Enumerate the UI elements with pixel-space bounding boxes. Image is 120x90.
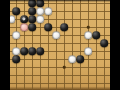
intersection[interactable] xyxy=(84,23,92,31)
intersection[interactable] xyxy=(44,63,52,71)
intersection[interactable] xyxy=(76,47,84,55)
intersection[interactable] xyxy=(60,55,68,63)
intersection[interactable] xyxy=(36,15,44,23)
intersection[interactable] xyxy=(12,31,20,39)
intersection[interactable] xyxy=(76,23,84,31)
intersection[interactable] xyxy=(44,79,52,87)
stone-black xyxy=(12,55,20,63)
intersection[interactable] xyxy=(84,31,92,39)
intersection[interactable] xyxy=(92,23,100,31)
stone-black xyxy=(28,7,36,15)
intersection[interactable] xyxy=(20,71,28,79)
intersection[interactable] xyxy=(12,87,20,90)
stone-black xyxy=(92,31,100,39)
board-grid xyxy=(12,0,108,90)
intersection[interactable] xyxy=(44,39,52,47)
intersection[interactable] xyxy=(12,47,20,55)
stone-white xyxy=(84,31,92,39)
intersection[interactable] xyxy=(68,0,76,7)
stone-black xyxy=(20,47,28,55)
intersection[interactable] xyxy=(52,31,60,39)
stone-black xyxy=(20,15,28,23)
intersection[interactable] xyxy=(76,7,84,15)
intersection[interactable] xyxy=(44,87,52,90)
stone-white xyxy=(84,47,92,55)
intersection[interactable] xyxy=(68,71,76,79)
intersection[interactable] xyxy=(52,71,60,79)
intersection[interactable] xyxy=(20,63,28,71)
intersection[interactable] xyxy=(100,63,108,71)
intersection[interactable] xyxy=(92,71,100,79)
intersection[interactable] xyxy=(28,15,36,23)
intersection[interactable] xyxy=(20,47,28,55)
intersection[interactable] xyxy=(84,7,92,15)
circle-marker-icon xyxy=(22,17,26,21)
intersection[interactable] xyxy=(52,23,60,31)
intersection[interactable] xyxy=(12,7,20,15)
intersection[interactable] xyxy=(76,55,84,63)
intersection[interactable] xyxy=(100,71,108,79)
intersection[interactable] xyxy=(92,0,100,7)
intersection[interactable] xyxy=(60,39,68,47)
intersection[interactable] xyxy=(84,39,92,47)
intersection[interactable] xyxy=(68,55,76,63)
intersection[interactable] xyxy=(84,15,92,23)
intersection[interactable] xyxy=(68,23,76,31)
intersection[interactable] xyxy=(84,0,92,7)
intersection[interactable] xyxy=(68,39,76,47)
intersection[interactable] xyxy=(92,31,100,39)
intersection[interactable] xyxy=(52,87,60,90)
intersection[interactable] xyxy=(84,55,92,63)
intersection[interactable] xyxy=(92,79,100,87)
letterbox-bar-right xyxy=(110,0,120,90)
intersection[interactable] xyxy=(36,55,44,63)
intersection[interactable] xyxy=(60,47,68,55)
intersection[interactable] xyxy=(100,23,108,31)
intersection[interactable] xyxy=(68,15,76,23)
intersection[interactable] xyxy=(20,31,28,39)
intersection[interactable] xyxy=(60,7,68,15)
intersection[interactable] xyxy=(20,55,28,63)
intersection[interactable] xyxy=(12,63,20,71)
intersection[interactable] xyxy=(44,15,52,23)
intersection[interactable] xyxy=(52,47,60,55)
intersection[interactable] xyxy=(36,79,44,87)
intersection[interactable] xyxy=(76,63,84,71)
intersection[interactable] xyxy=(68,47,76,55)
stone-black xyxy=(12,7,20,15)
intersection[interactable] xyxy=(28,0,36,7)
intersection[interactable] xyxy=(20,87,28,90)
intersection[interactable] xyxy=(100,39,108,47)
intersection[interactable] xyxy=(12,23,20,31)
intersection[interactable] xyxy=(68,31,76,39)
intersection[interactable] xyxy=(28,23,36,31)
intersection[interactable] xyxy=(44,7,52,15)
intersection[interactable] xyxy=(20,7,28,15)
intersection[interactable] xyxy=(92,47,100,55)
intersection[interactable] xyxy=(68,87,76,90)
intersection[interactable] xyxy=(68,63,76,71)
intersection[interactable] xyxy=(100,47,108,55)
intersection[interactable] xyxy=(68,79,76,87)
intersection[interactable] xyxy=(84,87,92,90)
stone-black xyxy=(28,47,36,55)
stone-white xyxy=(52,31,60,39)
intersection[interactable] xyxy=(44,31,52,39)
letterbox-bar-left xyxy=(0,0,10,90)
intersection[interactable] xyxy=(84,79,92,87)
stone-black xyxy=(36,47,44,55)
intersection[interactable] xyxy=(28,7,36,15)
intersection[interactable] xyxy=(36,7,44,15)
intersection[interactable] xyxy=(12,79,20,87)
intersection[interactable] xyxy=(36,87,44,90)
intersection[interactable] xyxy=(100,0,108,7)
intersection[interactable] xyxy=(44,0,52,7)
intersection[interactable] xyxy=(100,55,108,63)
stone-black xyxy=(28,23,36,31)
stone-white xyxy=(36,15,44,23)
stone-black xyxy=(44,23,52,31)
intersection[interactable] xyxy=(92,39,100,47)
intersection[interactable] xyxy=(60,15,68,23)
intersection[interactable] xyxy=(52,79,60,87)
intersection[interactable] xyxy=(76,79,84,87)
stone-white xyxy=(44,7,52,15)
intersection[interactable] xyxy=(52,15,60,23)
intersection[interactable] xyxy=(12,71,20,79)
intersection[interactable] xyxy=(76,71,84,79)
intersection[interactable] xyxy=(52,55,60,63)
intersection[interactable] xyxy=(36,71,44,79)
intersection[interactable] xyxy=(28,79,36,87)
stone-black xyxy=(100,39,108,47)
intersection[interactable] xyxy=(44,23,52,31)
intersection[interactable] xyxy=(36,0,44,7)
intersection[interactable] xyxy=(92,55,100,63)
intersection[interactable] xyxy=(20,0,28,7)
intersection[interactable] xyxy=(36,23,44,31)
intersection[interactable] xyxy=(76,87,84,90)
intersection[interactable] xyxy=(20,39,28,47)
intersection[interactable] xyxy=(20,79,28,87)
intersection[interactable] xyxy=(52,63,60,71)
intersection[interactable] xyxy=(44,71,52,79)
intersection[interactable] xyxy=(60,63,68,71)
intersection[interactable] xyxy=(44,55,52,63)
stone-white xyxy=(36,7,44,15)
intersection[interactable] xyxy=(60,71,68,79)
intersection[interactable] xyxy=(84,71,92,79)
intersection[interactable] xyxy=(44,47,52,55)
intersection[interactable] xyxy=(12,0,20,7)
intersection[interactable] xyxy=(36,39,44,47)
intersection[interactable] xyxy=(60,87,68,90)
stone-black xyxy=(36,0,44,7)
intersection[interactable] xyxy=(36,47,44,55)
intersection[interactable] xyxy=(100,7,108,15)
intersection[interactable] xyxy=(60,0,68,7)
stone-black xyxy=(60,23,68,31)
intersection[interactable] xyxy=(100,31,108,39)
intersection[interactable] xyxy=(28,47,36,55)
intersection[interactable] xyxy=(12,39,20,47)
intersection[interactable] xyxy=(28,39,36,47)
intersection[interactable] xyxy=(76,15,84,23)
intersection[interactable] xyxy=(28,71,36,79)
intersection[interactable] xyxy=(92,87,100,90)
intersection[interactable] xyxy=(100,79,108,87)
intersection[interactable] xyxy=(52,39,60,47)
intersection[interactable] xyxy=(100,87,108,90)
intersection[interactable] xyxy=(84,47,92,55)
intersection[interactable] xyxy=(84,63,92,71)
intersection[interactable] xyxy=(20,15,28,23)
intersection[interactable] xyxy=(60,31,68,39)
stone-white-edge-clipped xyxy=(10,15,15,23)
intersection[interactable] xyxy=(100,15,108,23)
intersection[interactable] xyxy=(92,15,100,23)
stone-white xyxy=(12,31,20,39)
stone-black xyxy=(28,0,36,7)
intersection[interactable] xyxy=(92,7,100,15)
intersection[interactable] xyxy=(28,31,36,39)
intersection[interactable] xyxy=(60,79,68,87)
go-board[interactable] xyxy=(10,0,110,90)
intersection[interactable] xyxy=(12,55,20,63)
intersection[interactable] xyxy=(68,7,76,15)
stone-white xyxy=(12,47,20,55)
intersection[interactable] xyxy=(28,63,36,71)
stone-black xyxy=(76,55,84,63)
stone-white xyxy=(68,55,76,63)
intersection[interactable] xyxy=(76,39,84,47)
intersection[interactable] xyxy=(20,23,28,31)
intersection[interactable] xyxy=(28,87,36,90)
intersection[interactable] xyxy=(52,0,60,7)
stone-black xyxy=(28,15,36,23)
intersection[interactable] xyxy=(52,7,60,15)
intersection[interactable] xyxy=(92,63,100,71)
intersection[interactable] xyxy=(76,0,84,7)
stone-white xyxy=(20,23,28,31)
intersection[interactable] xyxy=(76,31,84,39)
intersection[interactable] xyxy=(36,63,44,71)
intersection[interactable] xyxy=(60,23,68,31)
screenshot-stage xyxy=(0,0,120,90)
intersection[interactable] xyxy=(28,55,36,63)
intersection[interactable] xyxy=(36,31,44,39)
